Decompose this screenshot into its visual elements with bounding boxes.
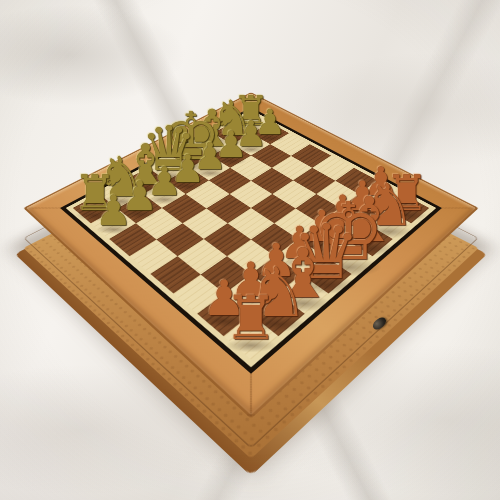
pieces-layer: ♜♟♟♜♞♟♟♞♝♟♟♝♚♟♟♚♛♟♟♛♝♟♟♝♞♟♟♞♜♟♟♜ <box>0 0 500 500</box>
chess-set-photo: ♜♟♟♜♞♟♟♞♝♟♟♝♚♟♟♚♛♟♟♛♝♟♟♝♞♟♟♞♜♟♟♜ <box>0 0 500 500</box>
copper-rook[interactable]: ♜ <box>224 288 278 349</box>
gold-pawn[interactable]: ♟ <box>95 190 132 232</box>
